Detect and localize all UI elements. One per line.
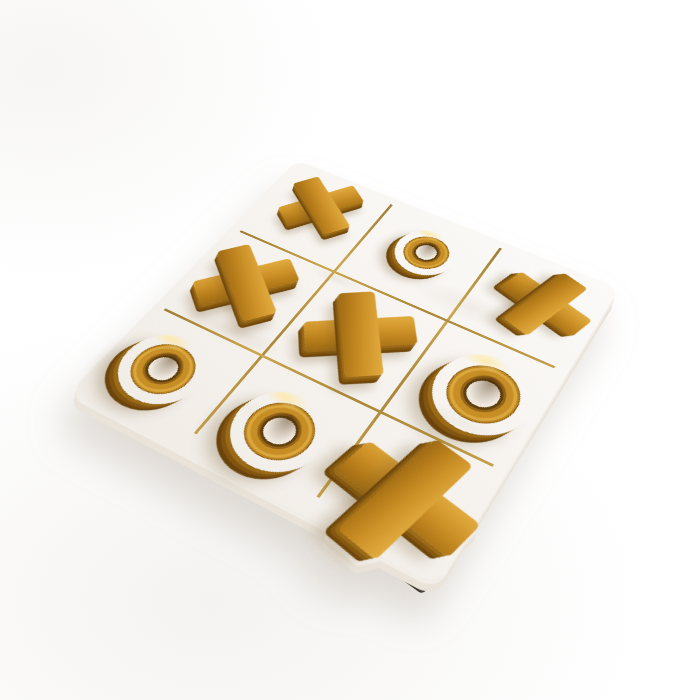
piece-o: [414, 341, 553, 453]
piece-o: [383, 222, 470, 284]
board-cells: [70, 160, 620, 586]
tic-tac-toe-board: [70, 160, 620, 586]
piece-x: [302, 290, 421, 380]
piece-x: [268, 169, 376, 242]
piece-o: [98, 323, 225, 419]
board-scene: [0, 0, 700, 700]
piece-x: [481, 257, 612, 353]
product-photo-stage: [0, 0, 700, 700]
piece-o: [210, 378, 348, 488]
